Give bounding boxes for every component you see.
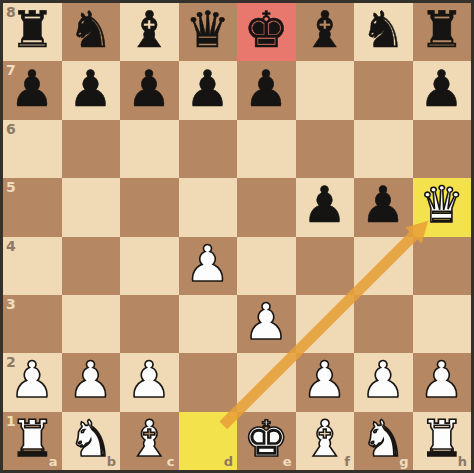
square-h2[interactable]: ♟ [413, 353, 472, 411]
piece-black-bishop[interactable]: ♝ [302, 5, 347, 55]
piece-black-pawn[interactable]: ♟ [244, 64, 289, 114]
piece-white-pawn[interactable]: ♟ [361, 355, 406, 405]
piece-white-king[interactable]: ♚ [244, 414, 289, 464]
square-c2[interactable]: ♟ [120, 353, 179, 411]
square-f7[interactable] [296, 61, 355, 119]
square-a3[interactable]: 3 [3, 295, 62, 353]
square-a4[interactable]: 4 [3, 237, 62, 295]
rank-label-6: 6 [6, 122, 16, 136]
piece-black-pawn[interactable]: ♟ [302, 180, 347, 230]
square-f8[interactable]: ♝ [296, 3, 355, 61]
square-a8[interactable]: 8♜ [3, 3, 62, 61]
square-f4[interactable] [296, 237, 355, 295]
square-c6[interactable] [120, 120, 179, 178]
rank-label-3: 3 [6, 297, 16, 311]
square-e5[interactable] [237, 178, 296, 236]
square-h6[interactable] [413, 120, 472, 178]
square-d4[interactable]: ♟ [179, 237, 238, 295]
piece-white-pawn[interactable]: ♟ [302, 355, 347, 405]
square-d5[interactable] [179, 178, 238, 236]
square-d7[interactable]: ♟ [179, 61, 238, 119]
square-b5[interactable] [62, 178, 121, 236]
piece-white-queen[interactable]: ♛ [419, 180, 464, 230]
piece-black-king[interactable]: ♚ [244, 5, 289, 55]
square-c3[interactable] [120, 295, 179, 353]
square-h5[interactable]: ♛ [413, 178, 472, 236]
square-f2[interactable]: ♟ [296, 353, 355, 411]
square-f3[interactable] [296, 295, 355, 353]
square-b6[interactable] [62, 120, 121, 178]
square-b2[interactable]: ♟ [62, 353, 121, 411]
square-b8[interactable]: ♞ [62, 3, 121, 61]
piece-white-pawn[interactable]: ♟ [10, 355, 55, 405]
square-a5[interactable]: 5 [3, 178, 62, 236]
square-h8[interactable]: ♜ [413, 3, 472, 61]
piece-black-pawn[interactable]: ♟ [185, 64, 230, 114]
square-c8[interactable]: ♝ [120, 3, 179, 61]
square-e2[interactable] [237, 353, 296, 411]
rank-label-4: 4 [6, 239, 16, 253]
square-e8[interactable]: ♚ [237, 3, 296, 61]
square-d3[interactable] [179, 295, 238, 353]
square-c4[interactable] [120, 237, 179, 295]
piece-white-pawn[interactable]: ♟ [127, 355, 172, 405]
piece-white-pawn[interactable]: ♟ [244, 297, 289, 347]
piece-black-rook[interactable]: ♜ [419, 5, 464, 55]
square-a6[interactable]: 6 [3, 120, 62, 178]
square-f1[interactable]: f♝ [296, 412, 355, 470]
square-h7[interactable]: ♟ [413, 61, 472, 119]
square-c5[interactable] [120, 178, 179, 236]
piece-black-pawn[interactable]: ♟ [419, 64, 464, 114]
piece-black-pawn[interactable]: ♟ [127, 64, 172, 114]
piece-white-pawn[interactable]: ♟ [185, 239, 230, 289]
square-g3[interactable] [354, 295, 413, 353]
square-g1[interactable]: g♞ [354, 412, 413, 470]
piece-white-knight[interactable]: ♞ [361, 414, 406, 464]
piece-black-pawn[interactable]: ♟ [361, 180, 406, 230]
square-c1[interactable]: c♝ [120, 412, 179, 470]
square-a7[interactable]: 7♟ [3, 61, 62, 119]
square-h4[interactable] [413, 237, 472, 295]
square-e1[interactable]: e♚ [237, 412, 296, 470]
square-h1[interactable]: h♜ [413, 412, 472, 470]
piece-white-bishop[interactable]: ♝ [127, 414, 172, 464]
piece-black-pawn[interactable]: ♟ [10, 64, 55, 114]
square-g8[interactable]: ♞ [354, 3, 413, 61]
piece-black-knight[interactable]: ♞ [68, 5, 113, 55]
chess-board: 8♜♞♝♛♚♝♞♜7♟♟♟♟♟♟65♟♟♛4♟3♟2♟♟♟♟♟♟1a♜b♞c♝d… [0, 0, 474, 473]
square-g7[interactable] [354, 61, 413, 119]
piece-white-bishop[interactable]: ♝ [302, 414, 347, 464]
square-g4[interactable] [354, 237, 413, 295]
piece-white-knight[interactable]: ♞ [68, 414, 113, 464]
square-c7[interactable]: ♟ [120, 61, 179, 119]
file-label-d: d [224, 455, 233, 468]
square-f6[interactable] [296, 120, 355, 178]
square-d8[interactable]: ♛ [179, 3, 238, 61]
square-d6[interactable] [179, 120, 238, 178]
piece-black-knight[interactable]: ♞ [361, 5, 406, 55]
square-e7[interactable]: ♟ [237, 61, 296, 119]
square-a1[interactable]: 1a♜ [3, 412, 62, 470]
piece-white-pawn[interactable]: ♟ [419, 355, 464, 405]
square-e6[interactable] [237, 120, 296, 178]
piece-white-rook[interactable]: ♜ [419, 414, 464, 464]
square-h3[interactable] [413, 295, 472, 353]
piece-black-rook[interactable]: ♜ [10, 5, 55, 55]
square-f5[interactable]: ♟ [296, 178, 355, 236]
square-b4[interactable] [62, 237, 121, 295]
square-e4[interactable] [237, 237, 296, 295]
square-d2[interactable] [179, 353, 238, 411]
piece-black-pawn[interactable]: ♟ [68, 64, 113, 114]
rank-label-5: 5 [6, 180, 16, 194]
piece-black-queen[interactable]: ♛ [185, 5, 230, 55]
square-g2[interactable]: ♟ [354, 353, 413, 411]
piece-white-pawn[interactable]: ♟ [68, 355, 113, 405]
square-b7[interactable]: ♟ [62, 61, 121, 119]
square-g5[interactable]: ♟ [354, 178, 413, 236]
board-grid: 8♜♞♝♛♚♝♞♜7♟♟♟♟♟♟65♟♟♛4♟3♟2♟♟♟♟♟♟1a♜b♞c♝d… [3, 3, 471, 470]
square-b1[interactable]: b♞ [62, 412, 121, 470]
piece-black-bishop[interactable]: ♝ [127, 5, 172, 55]
square-e3[interactable]: ♟ [237, 295, 296, 353]
piece-white-rook[interactable]: ♜ [10, 414, 55, 464]
square-g6[interactable] [354, 120, 413, 178]
square-b3[interactable] [62, 295, 121, 353]
square-a2[interactable]: 2♟ [3, 353, 62, 411]
square-d1[interactable]: d [179, 412, 238, 470]
